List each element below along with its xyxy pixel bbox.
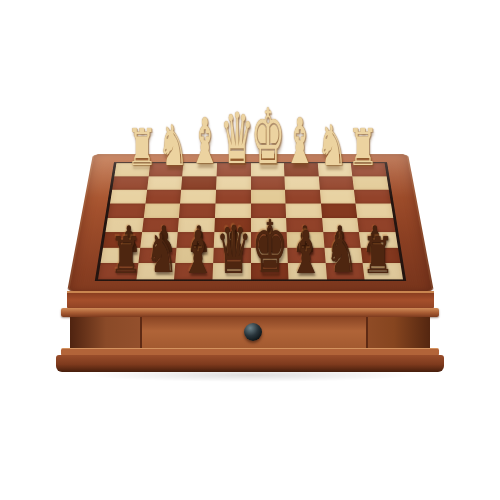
board-square: [147, 176, 183, 189]
board-square: [284, 163, 319, 176]
board-square: [251, 190, 286, 204]
board-square: [98, 263, 138, 279]
board-square: [285, 176, 320, 189]
board-square: [105, 218, 143, 233]
board-square: [286, 218, 323, 233]
board-square: [140, 232, 178, 247]
board-square: [215, 190, 250, 204]
board-square: [322, 218, 359, 233]
board-square: [251, 218, 287, 233]
board-square: [178, 218, 215, 233]
board-square: [214, 218, 250, 233]
board-square: [251, 263, 289, 279]
board-square: [286, 203, 322, 217]
chess-board: [67, 154, 434, 292]
board-square: [353, 176, 389, 189]
board-square: [285, 190, 321, 204]
board-square: [320, 190, 356, 204]
board-square: [145, 190, 181, 204]
board-square: [176, 248, 214, 264]
box-rim-molding: [61, 308, 439, 317]
board-square: [103, 232, 142, 247]
board-square: [215, 203, 251, 217]
board-square: [182, 163, 217, 176]
board-square: [251, 248, 288, 264]
board-square: [179, 203, 215, 217]
board-square: [358, 218, 396, 233]
board-square: [287, 232, 324, 247]
board-square: [325, 263, 364, 279]
board-square: [110, 190, 147, 204]
board-square: [213, 248, 250, 264]
board-square: [114, 163, 150, 176]
board-square: [216, 176, 251, 189]
board-square: [287, 248, 325, 264]
board-square: [288, 263, 327, 279]
board-square: [142, 218, 179, 233]
board-square: [251, 203, 287, 217]
board-square: [354, 190, 391, 204]
board-square: [321, 203, 358, 217]
board-square: [108, 203, 145, 217]
board-square: [323, 232, 361, 247]
board-square: [138, 248, 177, 264]
board-square: [251, 176, 286, 189]
board-square: [216, 163, 250, 176]
board-square: [143, 203, 180, 217]
board-square: [212, 263, 250, 279]
board-square: [251, 232, 288, 247]
board-square: [148, 163, 183, 176]
board-square: [351, 163, 387, 176]
board-square: [324, 248, 363, 264]
board-square: [180, 190, 216, 204]
board-square: [214, 232, 251, 247]
board-square: [363, 263, 403, 279]
board-square: [174, 263, 213, 279]
board-square: [177, 232, 214, 247]
board-square: [251, 163, 285, 176]
board-square: [112, 176, 148, 189]
board-square: [181, 176, 216, 189]
board-squares: [95, 162, 406, 280]
board-square: [318, 163, 353, 176]
chess-set-photo: ♜♞♝♛♚♝♞♜♟♟♟♟♟♟♟♟♜♞♝♛♚♝♞♜: [0, 0, 500, 500]
board-square: [136, 263, 175, 279]
board-square: [356, 203, 393, 217]
board-square: [101, 248, 140, 264]
board-square: [361, 248, 400, 264]
box-shadow: [85, 368, 415, 382]
board-square: [359, 232, 398, 247]
drawer-knob: [244, 323, 262, 341]
board-square: [319, 176, 355, 189]
board-front-edge: [67, 291, 434, 309]
